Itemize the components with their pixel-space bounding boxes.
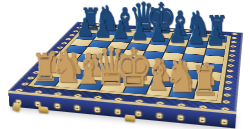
black-pawn: ♟ bbox=[187, 24, 205, 47]
white-rook: ♜ bbox=[191, 63, 220, 99]
black-pawn: ♟ bbox=[168, 22, 186, 45]
brass-hinge-left-icon bbox=[39, 106, 49, 113]
brass-clasp-icon bbox=[12, 102, 21, 112]
brass-hinge-right-icon bbox=[125, 114, 135, 121]
chess-board: ♜♞♝♛♚♝♞♜♟♟♟♟♟♟♟♟♟♟♟♟♟♟♟♟♜♞♝♛♚♝♞♜ bbox=[8, 22, 243, 112]
black-pawn: ♟ bbox=[207, 25, 225, 48]
product-photo[interactable]: ♜♞♝♛♚♝♞♜♟♟♟♟♟♟♟♟♟♟♟♟♟♟♟♟♜♞♝♛♚♝♞♜ bbox=[0, 0, 250, 129]
square-f7: ♟ bbox=[168, 39, 188, 46]
black-pawn: ♟ bbox=[76, 17, 94, 39]
board-inner-trim: ♜♞♝♛♚♝♞♜♟♟♟♟♟♟♟♟♟♟♟♟♟♟♟♟♜♞♝♛♚♝♞♜ bbox=[28, 26, 231, 103]
squares-grid: ♜♞♝♛♚♝♞♜♟♟♟♟♟♟♟♟♟♟♟♟♟♟♟♟♜♞♝♛♚♝♞♜ bbox=[34, 27, 227, 101]
square-h1: ♜ bbox=[194, 89, 219, 101]
